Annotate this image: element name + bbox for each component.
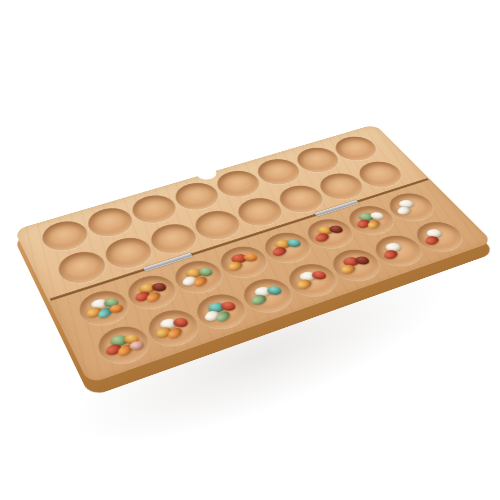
stone-maroon [151, 282, 168, 293]
stone-green [197, 267, 214, 277]
stone-red [342, 256, 360, 266]
stone-white [179, 275, 198, 288]
product-photo-scene [0, 0, 500, 500]
stone-green [213, 310, 232, 324]
stone-teal [207, 302, 225, 313]
stone-red [381, 249, 400, 261]
stone-red [230, 253, 247, 263]
stone-green [249, 293, 269, 307]
pit-r1c1[interactable] [37, 217, 93, 256]
stone-orange [164, 326, 183, 340]
stone-amber [225, 260, 244, 273]
pit-r4c8[interactable] [409, 217, 471, 256]
stone-red [132, 290, 152, 304]
stone-red [269, 246, 288, 258]
stone-white [384, 242, 402, 252]
stone-red [311, 270, 327, 280]
pit-r4c7[interactable] [367, 231, 429, 271]
stone-amber [122, 333, 140, 345]
pit-r4c3[interactable] [190, 289, 253, 334]
stone-white [298, 271, 316, 281]
stone-maroon [354, 255, 370, 265]
stone-white [425, 228, 443, 237]
hinge-metal-left [143, 253, 193, 272]
pit-r1c3[interactable] [126, 191, 182, 227]
thumb-notch [194, 166, 220, 182]
stone-white [254, 286, 272, 297]
pit-r3c1[interactable] [73, 286, 134, 331]
stone-orange [114, 343, 134, 358]
stone-amber [294, 278, 313, 291]
stone-amber [185, 268, 202, 278]
stone-orange [108, 303, 124, 314]
pit-r4c4[interactable] [236, 274, 299, 318]
stone-teal [286, 238, 302, 248]
pit-r3c2[interactable] [122, 271, 183, 315]
stone-white [91, 298, 108, 309]
stone-red [172, 317, 190, 328]
pit-r3c3[interactable] [168, 256, 229, 298]
stone-orange [143, 290, 162, 303]
stone-orange [242, 252, 258, 262]
pit-r1c2[interactable] [82, 204, 138, 242]
stone-green [102, 297, 120, 308]
pit-r4c6[interactable] [325, 245, 387, 286]
pit-r3c4[interactable] [214, 242, 275, 283]
pit-r2c1[interactable] [53, 247, 112, 288]
stone-amber [153, 325, 173, 340]
stone-teal [95, 306, 114, 320]
pit-r4c1[interactable] [92, 321, 156, 370]
stone-amber [338, 263, 357, 276]
stone-amber [84, 306, 104, 320]
pit-r4c2[interactable] [142, 305, 206, 352]
stone-amber [274, 239, 291, 249]
stone-teal [266, 285, 283, 296]
stone-amber [139, 283, 156, 294]
pit-r4c5[interactable] [281, 259, 344, 302]
stone-pink [128, 340, 144, 351]
stone-red [220, 301, 237, 312]
stone-red [103, 342, 124, 357]
stone-white [202, 309, 222, 323]
pit-r2c2[interactable] [100, 233, 158, 273]
stone-white [159, 318, 177, 329]
stone-orange [190, 275, 208, 288]
stone-red [422, 235, 440, 247]
stone-green [110, 334, 128, 346]
